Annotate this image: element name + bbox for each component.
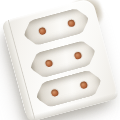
middle-socket-left-pin-hole: [44, 59, 53, 68]
product-photo: [0, 0, 120, 120]
top-socket: [21, 6, 91, 48]
top-socket-right-pin-hole: [66, 19, 75, 28]
bottom-socket-left-pin-hole: [50, 88, 59, 97]
bottom-socket-right-pin-hole: [79, 81, 88, 90]
top-socket-left-pin-hole: [38, 26, 47, 35]
middle-socket-right-pin-hole: [73, 51, 82, 60]
